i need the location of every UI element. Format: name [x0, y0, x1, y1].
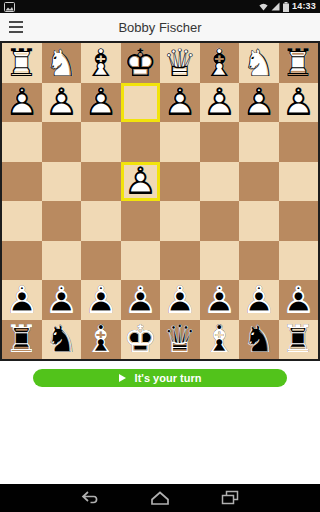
square-a4[interactable] — [279, 162, 319, 202]
signal-icon — [271, 2, 280, 11]
piece-wR[interactable]: ♜♖ — [2, 43, 42, 83]
square-a5[interactable] — [279, 201, 319, 241]
square-f3[interactable] — [81, 122, 121, 162]
square-b7[interactable]: ♟♙ — [239, 280, 279, 320]
piece-wQ[interactable]: ♛♕ — [160, 43, 200, 83]
square-e4[interactable]: ♟♙ — [121, 162, 161, 202]
square-g1[interactable]: ♞♘ — [42, 43, 82, 83]
square-h6[interactable] — [2, 241, 42, 281]
square-h4[interactable] — [2, 162, 42, 202]
square-c7[interactable]: ♟♙ — [200, 280, 240, 320]
piece-wP[interactable]: ♟♙ — [160, 83, 200, 123]
square-f2[interactable]: ♟♙ — [81, 83, 121, 123]
app-bar: Bobby Fischer — [0, 13, 320, 41]
square-d5[interactable] — [160, 201, 200, 241]
square-c6[interactable] — [200, 241, 240, 281]
piece-bP[interactable]: ♟♙ — [160, 280, 200, 320]
square-a3[interactable] — [279, 122, 319, 162]
square-e1[interactable]: ♚♔ — [121, 43, 161, 83]
status-bar: 14:33 — [0, 0, 320, 13]
turn-label: It's your turn — [135, 372, 202, 384]
square-b2[interactable]: ♟♙ — [239, 83, 279, 123]
square-b1[interactable]: ♞♘ — [239, 43, 279, 83]
square-f6[interactable] — [81, 241, 121, 281]
square-b5[interactable] — [239, 201, 279, 241]
piece-bP[interactable]: ♟♙ — [81, 280, 121, 320]
square-a1[interactable]: ♜♖ — [279, 43, 319, 83]
square-d6[interactable] — [160, 241, 200, 281]
square-c4[interactable] — [200, 162, 240, 202]
recents-icon[interactable] — [218, 490, 242, 506]
piece-bP[interactable]: ♟♙ — [239, 280, 279, 320]
square-c2[interactable]: ♟♙ — [200, 83, 240, 123]
square-f1[interactable]: ♝♗ — [81, 43, 121, 83]
square-d3[interactable] — [160, 122, 200, 162]
piece-bP[interactable]: ♟♙ — [200, 280, 240, 320]
piece-wP[interactable]: ♟♙ — [42, 83, 82, 123]
wifi-icon — [259, 2, 268, 11]
square-g2[interactable]: ♟♙ — [42, 83, 82, 123]
square-a2[interactable]: ♟♙ — [279, 83, 319, 123]
piece-bP[interactable]: ♟♙ — [121, 280, 161, 320]
square-h3[interactable] — [2, 122, 42, 162]
piece-wN[interactable]: ♞♘ — [239, 43, 279, 83]
piece-wN[interactable]: ♞♘ — [42, 43, 82, 83]
piece-wB[interactable]: ♝♗ — [200, 43, 240, 83]
square-h2[interactable]: ♟♙ — [2, 83, 42, 123]
home-icon[interactable] — [148, 490, 172, 506]
piece-bK[interactable]: ♚♔ — [121, 320, 161, 360]
piece-bP[interactable]: ♟♙ — [2, 280, 42, 320]
piece-wR[interactable]: ♜♖ — [279, 43, 319, 83]
square-a8[interactable]: ♜♖ — [279, 320, 319, 360]
square-d7[interactable]: ♟♙ — [160, 280, 200, 320]
square-g7[interactable]: ♟♙ — [42, 280, 82, 320]
square-h5[interactable] — [2, 201, 42, 241]
piece-wP[interactable]: ♟♙ — [121, 162, 161, 202]
square-d4[interactable] — [160, 162, 200, 202]
piece-bR[interactable]: ♜♖ — [2, 320, 42, 360]
square-e2[interactable] — [121, 83, 161, 123]
square-c5[interactable] — [200, 201, 240, 241]
square-c3[interactable] — [200, 122, 240, 162]
square-a7[interactable]: ♟♙ — [279, 280, 319, 320]
square-e8[interactable]: ♚♔ — [121, 320, 161, 360]
piece-bR[interactable]: ♜♖ — [279, 320, 319, 360]
piece-bB[interactable]: ♝♗ — [81, 320, 121, 360]
square-g3[interactable] — [42, 122, 82, 162]
square-d2[interactable]: ♟♙ — [160, 83, 200, 123]
piece-bP[interactable]: ♟♙ — [42, 280, 82, 320]
chess-board: ♜♖♞♘♝♗♚♔♛♕♝♗♞♘♜♖♟♙♟♙♟♙♟♙♟♙♟♙♟♙♟♙♟♙♟♙♟♙♟♙… — [0, 41, 320, 361]
android-nav-bar — [0, 484, 320, 512]
square-b8[interactable]: ♞♘ — [239, 320, 279, 360]
piece-bB[interactable]: ♝♗ — [200, 320, 240, 360]
piece-wP[interactable]: ♟♙ — [200, 83, 240, 123]
back-icon[interactable] — [78, 490, 102, 506]
android-screen: 14:33 Bobby Fischer ♜♖♞♘♝♗♚♔♛♕♝♗♞♘♜♖♟♙♟♙… — [0, 0, 320, 512]
piece-wP[interactable]: ♟♙ — [239, 83, 279, 123]
square-f8[interactable]: ♝♗ — [81, 320, 121, 360]
square-g8[interactable]: ♞♘ — [42, 320, 82, 360]
piece-wB[interactable]: ♝♗ — [81, 43, 121, 83]
square-g5[interactable] — [42, 201, 82, 241]
square-e5[interactable] — [121, 201, 161, 241]
square-g4[interactable] — [42, 162, 82, 202]
square-d1[interactable]: ♛♕ — [160, 43, 200, 83]
square-g6[interactable] — [42, 241, 82, 281]
square-h1[interactable]: ♜♖ — [2, 43, 42, 83]
square-h7[interactable]: ♟♙ — [2, 280, 42, 320]
page-title: Bobby Fischer — [0, 20, 320, 35]
square-f4[interactable] — [81, 162, 121, 202]
piece-wP[interactable]: ♟♙ — [2, 83, 42, 123]
square-a6[interactable] — [279, 241, 319, 281]
piece-wP[interactable]: ♟♙ — [279, 83, 319, 123]
piece-bN[interactable]: ♞♘ — [42, 320, 82, 360]
menu-icon[interactable] — [9, 21, 23, 33]
square-f5[interactable] — [81, 201, 121, 241]
turn-indicator-button[interactable]: It's your turn — [33, 369, 287, 387]
square-h8[interactable]: ♜♖ — [2, 320, 42, 360]
piece-bP[interactable]: ♟♙ — [279, 280, 319, 320]
piece-wK[interactable]: ♚♔ — [121, 43, 161, 83]
square-c8[interactable]: ♝♗ — [200, 320, 240, 360]
piece-bQ[interactable]: ♛♕ — [160, 320, 200, 360]
square-b4[interactable] — [239, 162, 279, 202]
square-f7[interactable]: ♟♙ — [81, 280, 121, 320]
image-notification-icon — [4, 2, 15, 12]
square-e7[interactable]: ♟♙ — [121, 280, 161, 320]
clock: 14:33 — [292, 0, 316, 13]
piece-bN[interactable]: ♞♘ — [239, 320, 279, 360]
play-icon — [119, 374, 126, 382]
battery-icon — [283, 2, 289, 12]
square-e6[interactable] — [121, 241, 161, 281]
square-b3[interactable] — [239, 122, 279, 162]
square-b6[interactable] — [239, 241, 279, 281]
square-c1[interactable]: ♝♗ — [200, 43, 240, 83]
square-e3[interactable] — [121, 122, 161, 162]
piece-wP[interactable]: ♟♙ — [81, 83, 121, 123]
square-d8[interactable]: ♛♕ — [160, 320, 200, 360]
